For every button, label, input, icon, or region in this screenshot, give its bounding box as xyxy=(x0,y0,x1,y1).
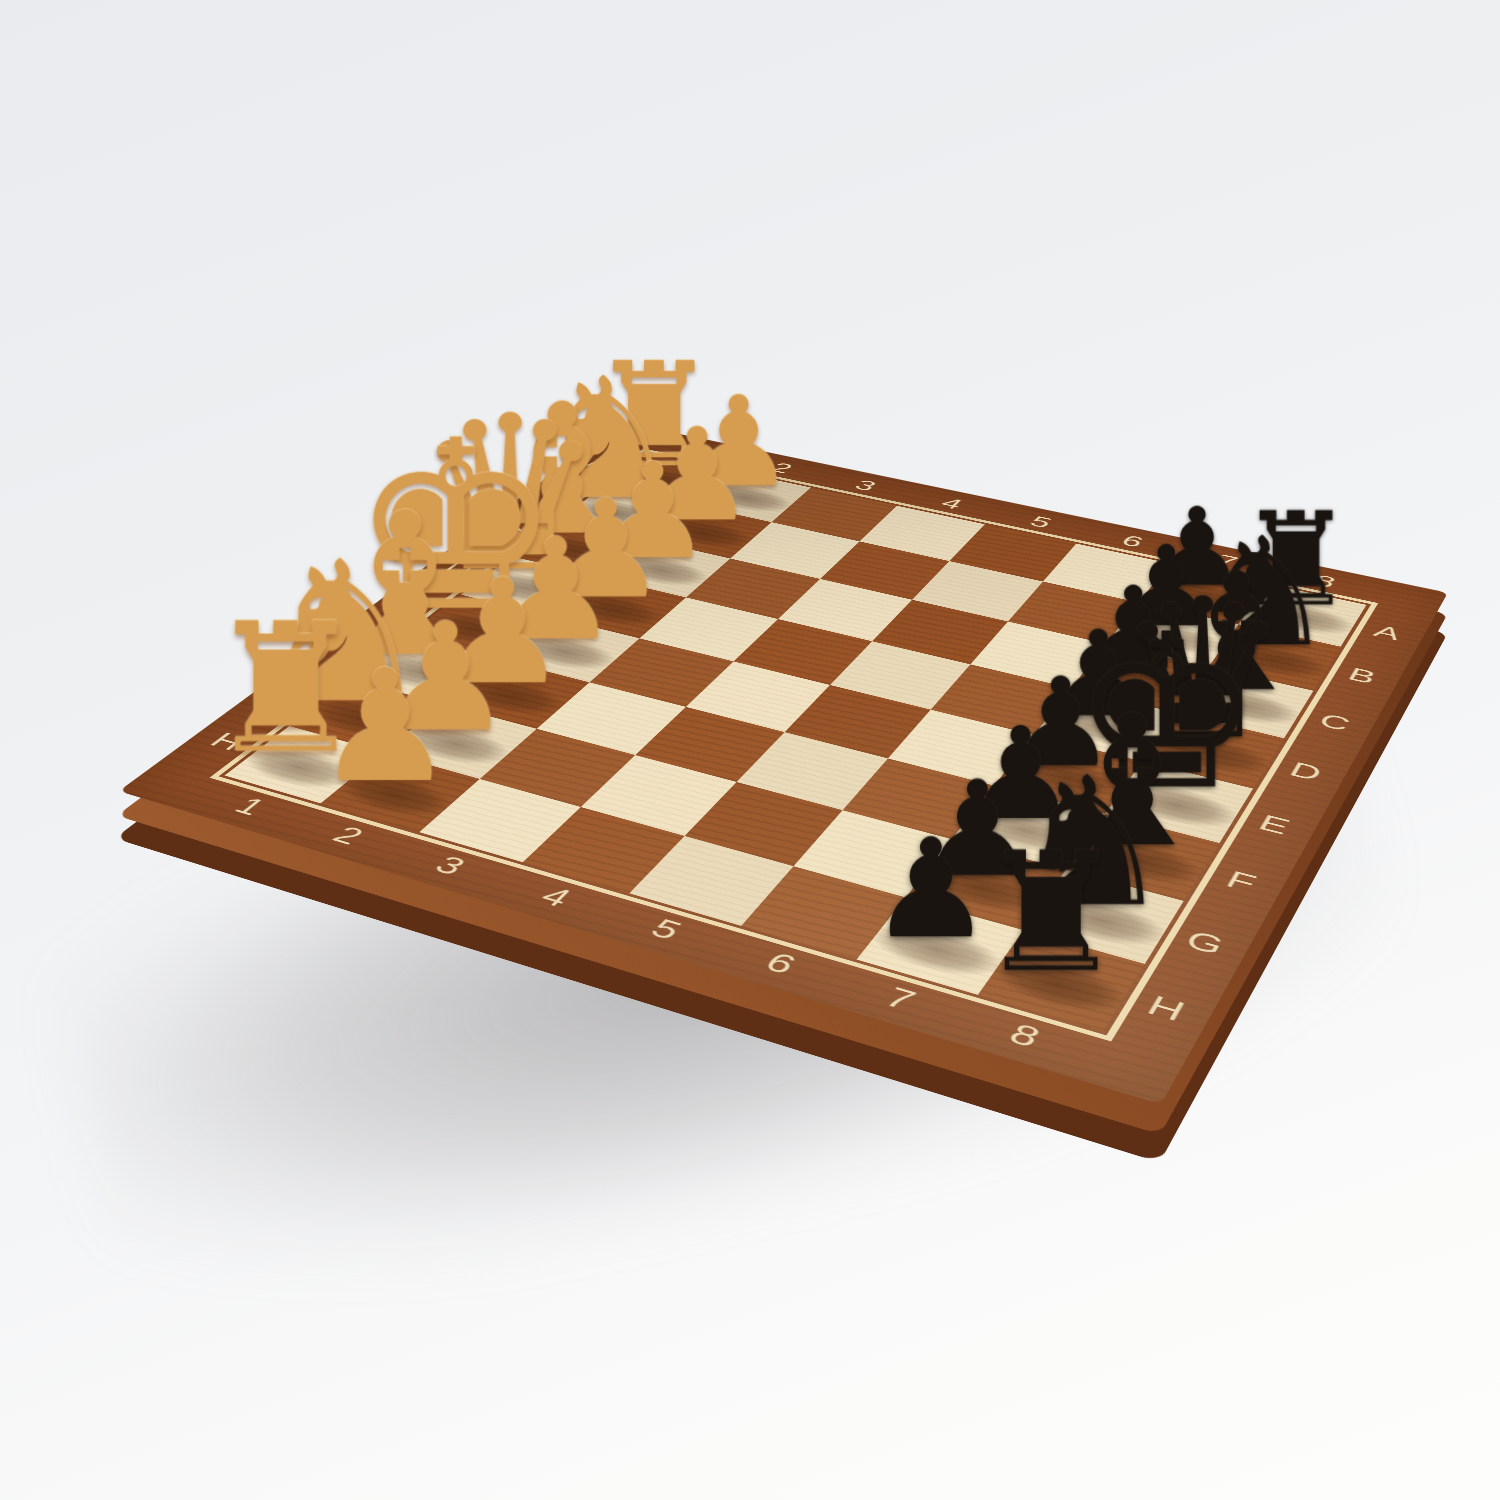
studio-scene: 1234567812345678ABCDEFGHABCDEFGH ♜♟♟♜♞♟♟… xyxy=(0,0,1500,1500)
chess-board: 1234567812345678ABCDEFGHABCDEFGH ♜♟♟♜♞♟♟… xyxy=(119,422,1448,1104)
white-pawn-glyph: ♟ xyxy=(222,649,547,804)
camera-perspective: 1234567812345678ABCDEFGHABCDEFGH ♜♟♟♜♞♟♟… xyxy=(0,0,1500,1500)
black-rook-glyph: ♜ xyxy=(868,830,1234,995)
